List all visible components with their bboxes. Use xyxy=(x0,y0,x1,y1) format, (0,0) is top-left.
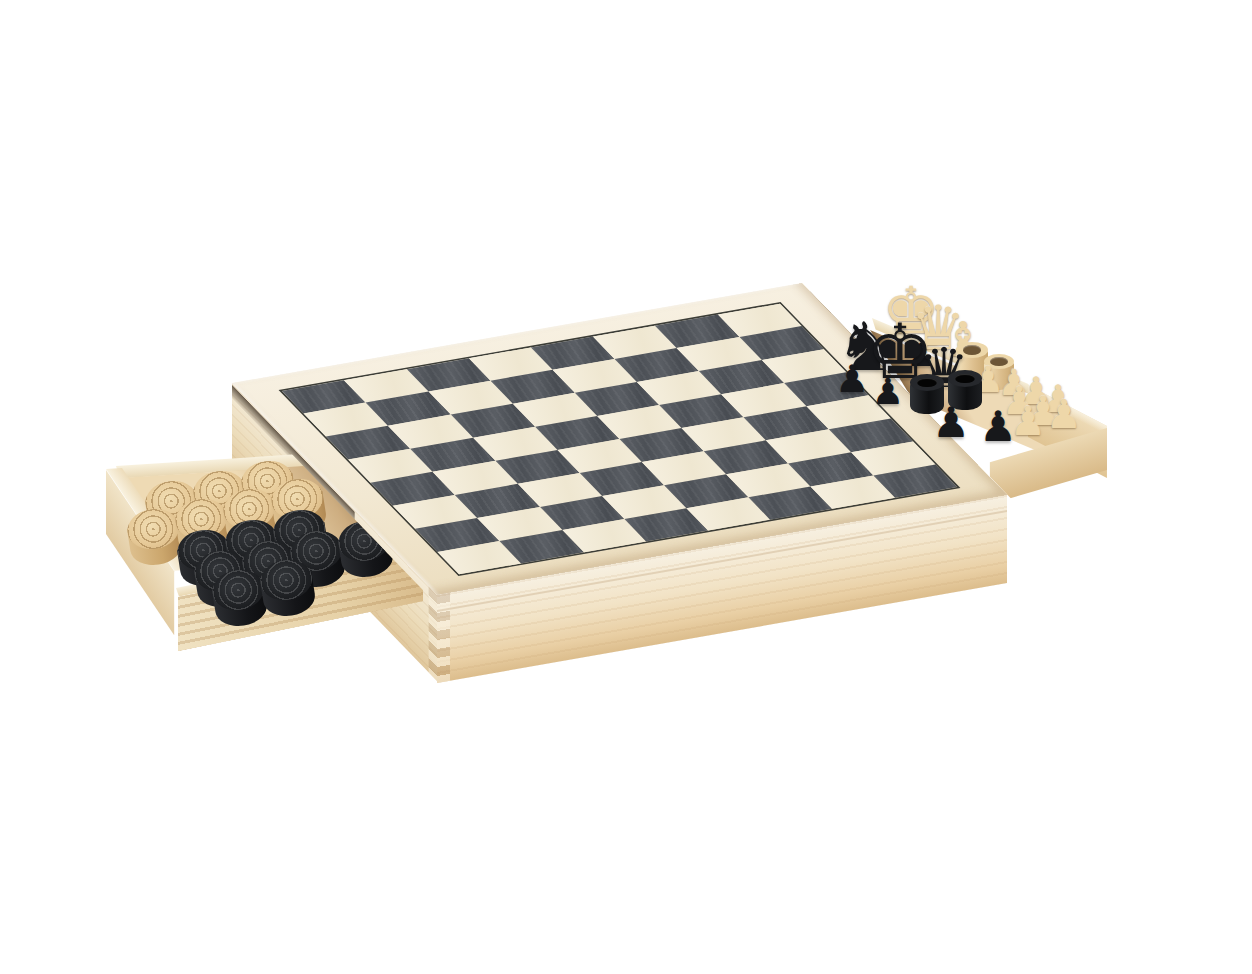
black-pawn: ♟ xyxy=(835,360,869,398)
black-pawn: ♟ xyxy=(932,402,970,444)
dark-checker xyxy=(257,556,318,625)
product-photo-chess-checkers-box: ♚♛♝♟♞♚♛♟♟♟♟♟♟♟♟♟♟♟♟ xyxy=(0,0,1252,974)
black-pawn: ♟ xyxy=(979,406,1017,448)
white-pawn: ♟ xyxy=(1046,394,1082,434)
rook-cylinder-hole xyxy=(917,378,937,388)
black-pawn: ♟ xyxy=(872,374,904,410)
rook-cylinder-hole xyxy=(955,374,975,384)
